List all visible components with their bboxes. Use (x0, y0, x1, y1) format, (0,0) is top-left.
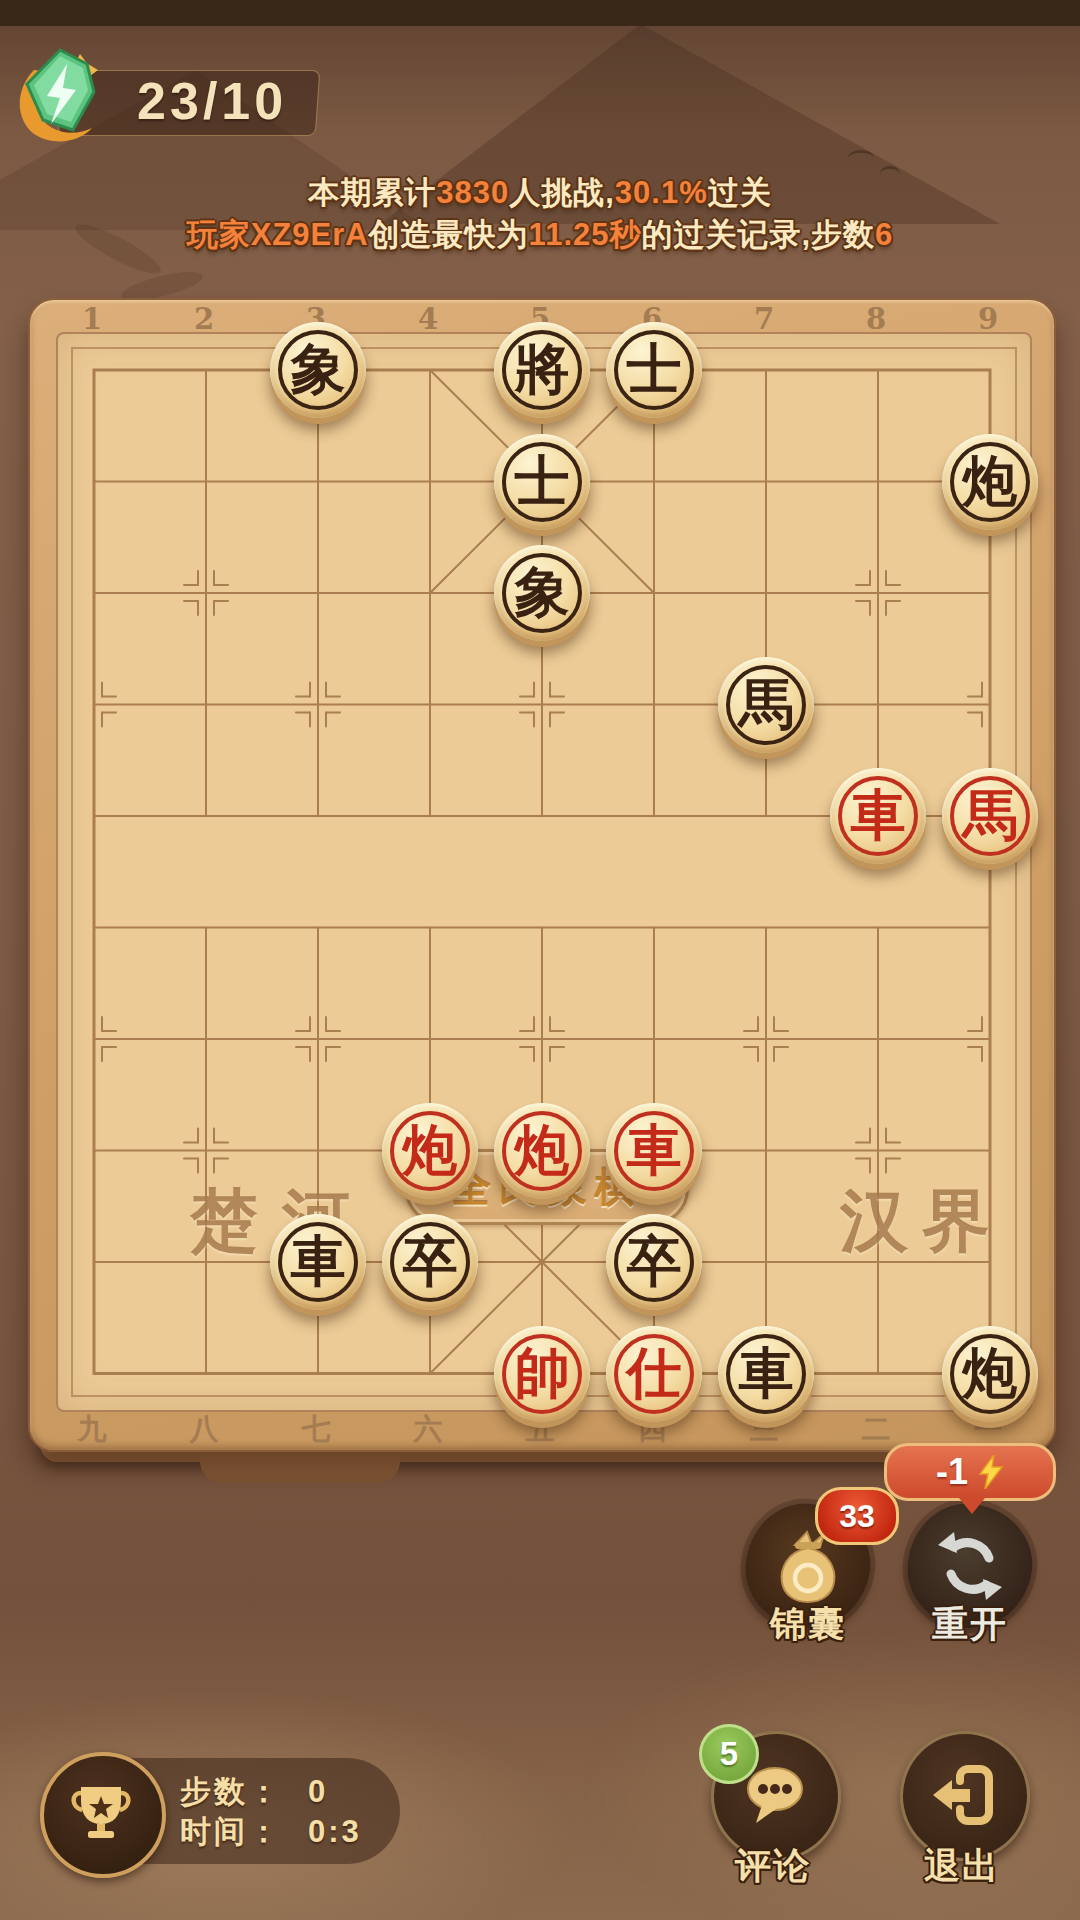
piece-black-車-c7r9[interactable]: 車 (718, 1326, 814, 1422)
challenge-counter-value: 23/10 (107, 69, 317, 133)
xiangqi-game-screen: 23/10 本期累计3830人挑战,30.1%过关 玩家XZ9ErA创造最快为1… (0, 0, 1080, 1920)
time-row: 时间： 0:3 (180, 1812, 390, 1852)
exit-door-icon (924, 1755, 1004, 1835)
column-label-top: 9 (963, 302, 1013, 336)
column-label-top: 8 (851, 302, 901, 336)
column-label-bottom: 二 (851, 1410, 901, 1450)
stats-line-2: 玩家XZ9ErA创造最快为11.25秒的过关记录,步数6 (0, 214, 1080, 256)
top-dark-strip (0, 0, 1080, 26)
score-panel: 步数： 0 时间： 0:3 (48, 1758, 400, 1864)
piece-black-車-c3r8[interactable]: 車 (270, 1214, 366, 1310)
pieces-layer: 象將士士炮象馬車馬炮炮車車卒卒帥仕車炮 (58, 334, 1030, 1410)
trophy-circle (40, 1752, 166, 1878)
piece-black-卒-c4r8[interactable]: 卒 (382, 1214, 478, 1310)
restart-cost-value: -1 (936, 1451, 968, 1493)
piece-black-將-c5r0[interactable]: 將 (494, 322, 590, 418)
piece-red-車-c8r4[interactable]: 車 (830, 768, 926, 864)
piece-black-炮-c9r9[interactable]: 炮 (942, 1326, 1038, 1422)
piece-black-象-c3r0[interactable]: 象 (270, 322, 366, 418)
piece-red-馬-c9r4[interactable]: 馬 (942, 768, 1038, 864)
text-segment: 的过关记录,步数 (641, 217, 875, 252)
bird-icon (848, 150, 874, 166)
lightning-icon (978, 1455, 1004, 1489)
trophy-icon (69, 1779, 133, 1843)
column-label-bottom: 七 (291, 1410, 341, 1450)
xiangqi-board[interactable]: 楚河 汉界 全民象棋 象將士士炮象馬車馬炮炮車車卒卒帥仕車炮 (56, 332, 1032, 1412)
text-segment: 过关 (708, 175, 772, 210)
restart-label: 重开 (890, 1600, 1050, 1649)
text-segment: 人挑战, (509, 175, 615, 210)
moves-label: 步数： (180, 1772, 308, 1812)
piece-red-仕-c6r9[interactable]: 仕 (606, 1326, 702, 1422)
column-label-top: 4 (403, 302, 453, 336)
column-label-top: 1 (67, 302, 117, 336)
piece-red-炮-c4r7[interactable]: 炮 (382, 1103, 478, 1199)
piece-red-帥-c5r9[interactable]: 帥 (494, 1326, 590, 1422)
text-segment: 本期累计 (308, 175, 436, 210)
restart-refresh-icon (930, 1526, 1010, 1606)
text-segment: 3830 (436, 175, 509, 210)
exit-label: 退出 (882, 1842, 1042, 1891)
piece-black-馬-c7r3[interactable]: 馬 (718, 657, 814, 753)
column-label-bottom: 六 (403, 1410, 453, 1450)
column-label-bottom: 九 (67, 1410, 117, 1450)
piece-black-象-c5r2[interactable]: 象 (494, 545, 590, 641)
time-value: 0:3 (308, 1812, 362, 1852)
column-label-top: 2 (179, 302, 229, 336)
text-segment: 创造最快为 (369, 217, 529, 252)
xiangqi-board-frame: 123456789 楚河 汉界 全民象棋 象將士士炮象馬車馬炮炮車車卒卒帥仕車炮… (28, 298, 1056, 1452)
text-segment: 6 (875, 217, 893, 252)
piece-black-士-c6r0[interactable]: 士 (606, 322, 702, 418)
moves-value: 0 (308, 1772, 328, 1812)
text-segment: 11.25秒 (529, 217, 642, 252)
text-segment: 玩家XZ9ErA (187, 217, 369, 252)
badge-pointer (959, 1498, 985, 1514)
board-ledge-tab (200, 1455, 400, 1483)
moves-row: 步数： 0 (180, 1772, 390, 1812)
piece-red-炮-c5r7[interactable]: 炮 (494, 1103, 590, 1199)
piece-black-卒-c6r8[interactable]: 卒 (606, 1214, 702, 1310)
piece-black-士-c5r1[interactable]: 士 (494, 434, 590, 530)
restart-cost-badge: -1 (884, 1443, 1056, 1501)
stats-line-1: 本期累计3830人挑战,30.1%过关 (0, 172, 1080, 214)
time-label: 时间： (180, 1812, 308, 1852)
piece-red-車-c6r7[interactable]: 車 (606, 1103, 702, 1199)
hint-count-badge: 33 (815, 1487, 899, 1545)
hint-label: 锦囊 (728, 1600, 888, 1649)
piece-black-炮-c9r1[interactable]: 炮 (942, 434, 1038, 530)
comment-count-badge: 5 (699, 1724, 759, 1784)
stat-rows: 步数： 0 时间： 0:3 (180, 1772, 390, 1852)
text-segment: 30.1% (615, 175, 708, 210)
column-label-bottom: 八 (179, 1410, 229, 1450)
energy-gem-icon (10, 44, 110, 144)
comment-label: 评论 (693, 1842, 853, 1891)
column-label-top: 7 (739, 302, 789, 336)
